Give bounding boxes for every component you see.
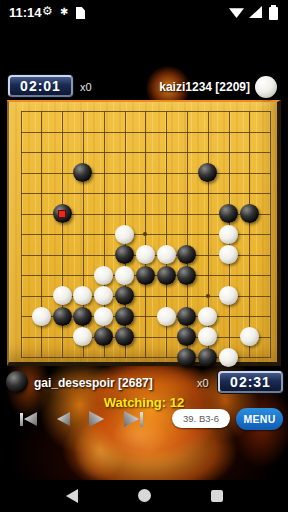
back-icon[interactable]: [66, 489, 78, 503]
last-move-button[interactable]: [124, 411, 143, 427]
white-player-clock-text: 02:01: [20, 78, 61, 94]
stone-white: [115, 266, 134, 285]
wifi-icon: [229, 7, 244, 18]
next-move-button[interactable]: [89, 411, 104, 427]
stone-white: [53, 286, 72, 305]
screen: 11:14 ⚙ ✱ 02:01 x0 kaizi1234 [2209] gai_…: [0, 0, 288, 512]
stone-black: [198, 348, 217, 367]
stone-white: [73, 327, 92, 346]
stone-white: [73, 286, 92, 305]
prev-move-button[interactable]: [57, 412, 70, 426]
stone-black: [53, 204, 72, 223]
board-grid: [9, 102, 277, 362]
gear-icon: ⚙: [42, 4, 53, 18]
stone-black: [53, 307, 72, 326]
status-bar: 11:14 ⚙ ✱: [0, 0, 288, 24]
stone-black: [177, 266, 196, 285]
stone-white: [219, 348, 238, 367]
black-stone-icon: [6, 371, 28, 393]
first-move-triangle-icon: [24, 412, 37, 426]
stone-black: [115, 327, 134, 346]
black-player-captures: x0: [197, 377, 209, 389]
stone-white: [198, 307, 217, 326]
stone-black: [115, 245, 134, 264]
stone-black: [115, 307, 134, 326]
home-icon[interactable]: [138, 489, 151, 502]
status-time: 11:14: [9, 5, 42, 20]
grid-line: [270, 111, 271, 358]
menu-button[interactable]: MENU: [236, 408, 283, 430]
white-stone-icon: [255, 76, 277, 98]
stone-black: [240, 204, 259, 223]
stone-black: [115, 286, 134, 305]
black-player-name: gai_desespoir [2687]: [34, 376, 153, 390]
white-player-clock: 02:01: [8, 75, 73, 97]
stone-white: [94, 266, 113, 285]
stone-black: [73, 163, 92, 182]
signal-icon: [249, 6, 262, 18]
stone-black: [177, 327, 196, 346]
last-move-marker: [58, 210, 66, 218]
stone-black: [177, 307, 196, 326]
stone-white: [94, 307, 113, 326]
next-move-triangle-icon: [89, 411, 104, 427]
stone-black: [177, 245, 196, 264]
grid-line: [249, 111, 250, 358]
stone-white: [240, 327, 259, 346]
first-move-button[interactable]: [20, 412, 37, 426]
stone-black: [219, 204, 238, 223]
stone-white: [198, 327, 217, 346]
white-player-captures: x0: [80, 81, 92, 93]
black-player-clock: 02:31: [218, 371, 283, 393]
grid-line: [21, 337, 272, 338]
stone-white: [219, 245, 238, 264]
prev-move-triangle-icon: [57, 412, 70, 426]
white-player-name: kaizi1234 [2209]: [159, 80, 250, 94]
stone-black: [136, 266, 155, 285]
stone-white: [94, 286, 113, 305]
asterisk-icon: ✱: [60, 6, 68, 17]
stone-white: [32, 307, 51, 326]
stone-black: [177, 348, 196, 367]
go-board[interactable]: [7, 100, 281, 366]
star-point: [143, 232, 147, 236]
first-move-bar-icon: [20, 413, 23, 426]
star-point: [206, 294, 210, 298]
battery-icon: [269, 7, 278, 20]
stone-black: [73, 307, 92, 326]
black-player-clock-text: 02:31: [230, 374, 271, 390]
stone-black: [198, 163, 217, 182]
recents-icon[interactable]: [211, 490, 223, 502]
last-move-triangle-icon: [124, 411, 139, 427]
stone-black: [94, 327, 113, 346]
stone-white: [115, 225, 134, 244]
stone-white: [157, 307, 176, 326]
stone-white: [219, 225, 238, 244]
stone-white: [219, 286, 238, 305]
sim-icon: [76, 7, 85, 19]
stone-white: [136, 245, 155, 264]
stone-black: [157, 266, 176, 285]
android-nav-bar: [0, 480, 288, 512]
last-move-bar-icon: [140, 412, 143, 427]
stone-white: [157, 245, 176, 264]
move-display[interactable]: 39. B3-6: [172, 409, 230, 428]
